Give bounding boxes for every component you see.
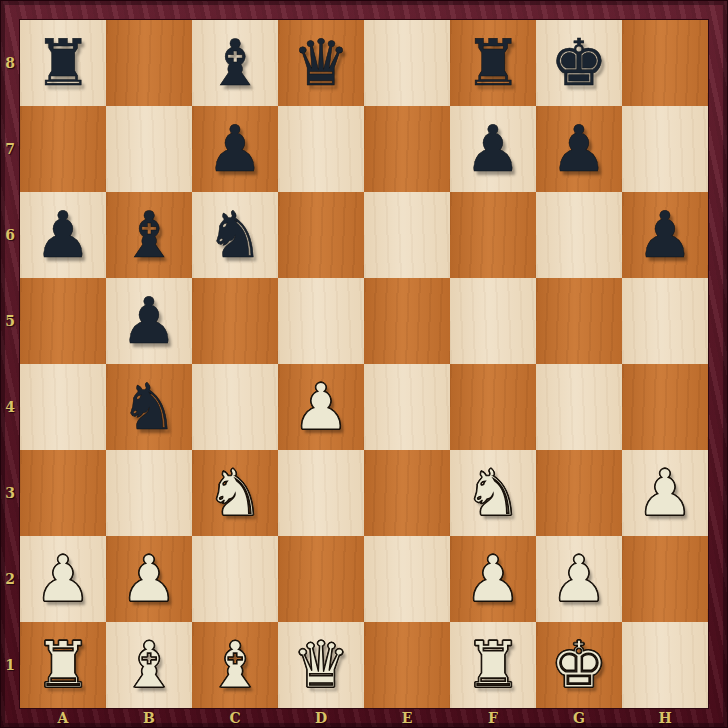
square-e6[interactable]: [364, 192, 450, 278]
square-g6[interactable]: [536, 192, 622, 278]
black-knight[interactable]: ♞: [120, 364, 177, 450]
white-king[interactable]: ♚: [550, 622, 607, 708]
square-e2[interactable]: [364, 536, 450, 622]
white-pawn[interactable]: ♟: [34, 536, 91, 622]
white-queen[interactable]: ♛: [292, 622, 349, 708]
square-f1[interactable]: ♜: [450, 622, 536, 708]
square-h1[interactable]: [622, 622, 708, 708]
square-c1[interactable]: ♝: [192, 622, 278, 708]
rank-label-5: 5: [0, 278, 20, 364]
square-e8[interactable]: [364, 20, 450, 106]
square-a2[interactable]: ♟: [20, 536, 106, 622]
square-g3[interactable]: [536, 450, 622, 536]
white-bishop[interactable]: ♝: [206, 622, 263, 708]
white-rook[interactable]: ♜: [464, 622, 521, 708]
square-h6[interactable]: ♟: [622, 192, 708, 278]
square-h5[interactable]: [622, 278, 708, 364]
file-label-h: H: [622, 708, 708, 728]
square-g7[interactable]: ♟: [536, 106, 622, 192]
square-d8[interactable]: ♛: [278, 20, 364, 106]
black-pawn[interactable]: ♟: [464, 106, 521, 192]
square-d7[interactable]: [278, 106, 364, 192]
square-g2[interactable]: ♟: [536, 536, 622, 622]
square-e3[interactable]: [364, 450, 450, 536]
square-f6[interactable]: [450, 192, 536, 278]
square-b5[interactable]: ♟: [106, 278, 192, 364]
square-b1[interactable]: ♝: [106, 622, 192, 708]
square-a1[interactable]: ♜: [20, 622, 106, 708]
white-knight[interactable]: ♞: [206, 450, 263, 536]
square-b4[interactable]: ♞: [106, 364, 192, 450]
square-a4[interactable]: [20, 364, 106, 450]
white-bishop[interactable]: ♝: [120, 622, 177, 708]
white-pawn[interactable]: ♟: [550, 536, 607, 622]
square-b3[interactable]: [106, 450, 192, 536]
square-c5[interactable]: [192, 278, 278, 364]
square-c7[interactable]: ♟: [192, 106, 278, 192]
black-king[interactable]: ♚: [550, 20, 607, 106]
chessboard-frame: ♜♝♛♜♚♟♟♟♟♝♞♟♟♞♟♞♞♟♟♟♟♟♜♝♝♛♜♚ 87654321 AB…: [0, 0, 728, 728]
square-e7[interactable]: [364, 106, 450, 192]
white-knight[interactable]: ♞: [464, 450, 521, 536]
black-pawn[interactable]: ♟: [206, 106, 263, 192]
square-a3[interactable]: [20, 450, 106, 536]
square-b2[interactable]: ♟: [106, 536, 192, 622]
square-e4[interactable]: [364, 364, 450, 450]
square-b6[interactable]: ♝: [106, 192, 192, 278]
file-label-b: B: [106, 708, 192, 728]
square-e1[interactable]: [364, 622, 450, 708]
square-g1[interactable]: ♚: [536, 622, 622, 708]
black-pawn[interactable]: ♟: [636, 192, 693, 278]
square-f3[interactable]: ♞: [450, 450, 536, 536]
rank-label-2: 2: [0, 536, 20, 622]
square-g4[interactable]: [536, 364, 622, 450]
rank-label-3: 3: [0, 450, 20, 536]
square-c8[interactable]: ♝: [192, 20, 278, 106]
square-h4[interactable]: [622, 364, 708, 450]
rank-label-6: 6: [0, 192, 20, 278]
black-rook[interactable]: ♜: [34, 20, 91, 106]
square-d1[interactable]: ♛: [278, 622, 364, 708]
black-pawn[interactable]: ♟: [34, 192, 91, 278]
square-g8[interactable]: ♚: [536, 20, 622, 106]
white-pawn[interactable]: ♟: [292, 364, 349, 450]
chessboard: ♜♝♛♜♚♟♟♟♟♝♞♟♟♞♟♞♞♟♟♟♟♟♜♝♝♛♜♚: [20, 20, 708, 708]
square-c3[interactable]: ♞: [192, 450, 278, 536]
square-a6[interactable]: ♟: [20, 192, 106, 278]
square-b7[interactable]: [106, 106, 192, 192]
file-labels: ABCDEFGH: [20, 708, 708, 728]
square-c2[interactable]: [192, 536, 278, 622]
square-d6[interactable]: [278, 192, 364, 278]
square-h8[interactable]: [622, 20, 708, 106]
black-pawn[interactable]: ♟: [120, 278, 177, 364]
square-f8[interactable]: ♜: [450, 20, 536, 106]
square-c4[interactable]: [192, 364, 278, 450]
square-c6[interactable]: ♞: [192, 192, 278, 278]
square-a5[interactable]: [20, 278, 106, 364]
square-e5[interactable]: [364, 278, 450, 364]
file-label-a: A: [20, 708, 106, 728]
rank-label-7: 7: [0, 106, 20, 192]
black-rook[interactable]: ♜: [464, 20, 521, 106]
black-queen[interactable]: ♛: [292, 20, 349, 106]
rank-label-1: 1: [0, 622, 20, 708]
square-f4[interactable]: [450, 364, 536, 450]
square-b8[interactable]: [106, 20, 192, 106]
file-label-e: E: [364, 708, 450, 728]
square-a7[interactable]: [20, 106, 106, 192]
square-h3[interactable]: ♟: [622, 450, 708, 536]
file-label-d: D: [278, 708, 364, 728]
black-pawn[interactable]: ♟: [550, 106, 607, 192]
black-bishop[interactable]: ♝: [206, 20, 263, 106]
square-d3[interactable]: [278, 450, 364, 536]
black-knight[interactable]: ♞: [206, 192, 263, 278]
white-rook[interactable]: ♜: [34, 622, 91, 708]
square-h7[interactable]: [622, 106, 708, 192]
square-f7[interactable]: ♟: [450, 106, 536, 192]
rank-labels: 87654321: [0, 20, 20, 708]
square-f5[interactable]: [450, 278, 536, 364]
white-pawn[interactable]: ♟: [120, 536, 177, 622]
square-g5[interactable]: [536, 278, 622, 364]
white-pawn[interactable]: ♟: [464, 536, 521, 622]
square-a8[interactable]: ♜: [20, 20, 106, 106]
square-d5[interactable]: [278, 278, 364, 364]
white-pawn[interactable]: ♟: [636, 450, 693, 536]
square-f2[interactable]: ♟: [450, 536, 536, 622]
file-label-f: F: [450, 708, 536, 728]
square-h2[interactable]: [622, 536, 708, 622]
square-d4[interactable]: ♟: [278, 364, 364, 450]
square-d2[interactable]: [278, 536, 364, 622]
rank-label-8: 8: [0, 20, 20, 106]
rank-label-4: 4: [0, 364, 20, 450]
file-label-g: G: [536, 708, 622, 728]
black-bishop[interactable]: ♝: [120, 192, 177, 278]
file-label-c: C: [192, 708, 278, 728]
